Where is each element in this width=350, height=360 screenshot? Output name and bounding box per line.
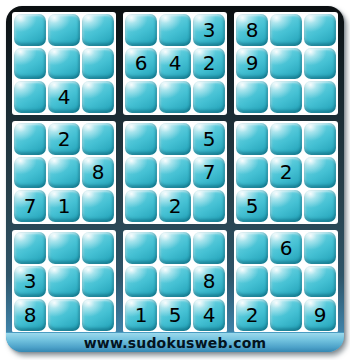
cell-r9c7[interactable]: 2 xyxy=(236,299,268,331)
cell-r2c8[interactable] xyxy=(270,48,302,80)
sudoku-grid: 4364289287157225388154629 xyxy=(12,12,338,333)
cell-r4c2[interactable]: 2 xyxy=(48,123,80,155)
cell-r6c2[interactable]: 1 xyxy=(48,190,80,222)
cell-r6c4[interactable] xyxy=(125,190,157,222)
cell-r2c9[interactable] xyxy=(304,48,336,80)
cell-r6c3[interactable] xyxy=(82,190,114,222)
cell-r1c4[interactable] xyxy=(125,14,157,46)
cell-r5c2[interactable] xyxy=(48,157,80,189)
cell-r6c1[interactable]: 7 xyxy=(14,190,46,222)
cell-r5c5[interactable] xyxy=(159,157,191,189)
box-7: 38 xyxy=(12,230,116,333)
cell-r5c3[interactable]: 8 xyxy=(82,157,114,189)
box-6: 25 xyxy=(234,121,338,224)
box-4: 2871 xyxy=(12,121,116,224)
cell-r1c2[interactable] xyxy=(48,14,80,46)
box-8: 8154 xyxy=(123,230,227,333)
cell-r2c5[interactable]: 4 xyxy=(159,48,191,80)
cell-r7c9[interactable] xyxy=(304,232,336,264)
cell-r4c3[interactable] xyxy=(82,123,114,155)
cell-r6c7[interactable]: 5 xyxy=(236,190,268,222)
cell-r4c5[interactable] xyxy=(159,123,191,155)
cell-r9c2[interactable] xyxy=(48,299,80,331)
page: 4364289287157225388154629 www.sudokusweb… xyxy=(0,0,350,360)
cell-r1c5[interactable] xyxy=(159,14,191,46)
cell-r3c9[interactable] xyxy=(304,81,336,113)
cell-r4c9[interactable] xyxy=(304,123,336,155)
cell-r9c3[interactable] xyxy=(82,299,114,331)
cell-r4c7[interactable] xyxy=(236,123,268,155)
cell-r2c1[interactable] xyxy=(14,48,46,80)
cell-r7c3[interactable] xyxy=(82,232,114,264)
cell-r4c4[interactable] xyxy=(125,123,157,155)
cell-r5c9[interactable] xyxy=(304,157,336,189)
cell-r8c9[interactable] xyxy=(304,266,336,298)
cell-r9c1[interactable]: 8 xyxy=(14,299,46,331)
cell-r9c4[interactable]: 1 xyxy=(125,299,157,331)
cell-r1c1[interactable] xyxy=(14,14,46,46)
cell-r2c6[interactable]: 2 xyxy=(193,48,225,80)
cell-r9c9[interactable]: 9 xyxy=(304,299,336,331)
cell-r7c5[interactable] xyxy=(159,232,191,264)
cell-r3c8[interactable] xyxy=(270,81,302,113)
cell-r5c8[interactable]: 2 xyxy=(270,157,302,189)
cell-r9c5[interactable]: 5 xyxy=(159,299,191,331)
cell-r5c6[interactable]: 7 xyxy=(193,157,225,189)
cell-r7c7[interactable] xyxy=(236,232,268,264)
box-9: 629 xyxy=(234,230,338,333)
cell-r8c5[interactable] xyxy=(159,266,191,298)
cell-r3c5[interactable] xyxy=(159,81,191,113)
box-1: 4 xyxy=(12,12,116,115)
box-2: 3642 xyxy=(123,12,227,115)
cell-r5c4[interactable] xyxy=(125,157,157,189)
cell-r6c6[interactable] xyxy=(193,190,225,222)
cell-r8c6[interactable]: 8 xyxy=(193,266,225,298)
cell-r7c1[interactable] xyxy=(14,232,46,264)
cell-r3c2[interactable]: 4 xyxy=(48,81,80,113)
cell-r3c1[interactable] xyxy=(14,81,46,113)
box-5: 572 xyxy=(123,121,227,224)
cell-r7c8[interactable]: 6 xyxy=(270,232,302,264)
cell-r2c7[interactable]: 9 xyxy=(236,48,268,80)
site-footer: www.sudokusweb.com xyxy=(6,332,344,352)
cell-r8c2[interactable] xyxy=(48,266,80,298)
cell-r2c4[interactable]: 6 xyxy=(125,48,157,80)
cell-r8c4[interactable] xyxy=(125,266,157,298)
cell-r2c3[interactable] xyxy=(82,48,114,80)
cell-r9c6[interactable]: 4 xyxy=(193,299,225,331)
cell-r8c7[interactable] xyxy=(236,266,268,298)
cell-r1c8[interactable] xyxy=(270,14,302,46)
cell-r8c8[interactable] xyxy=(270,266,302,298)
cell-r1c3[interactable] xyxy=(82,14,114,46)
cell-r7c2[interactable] xyxy=(48,232,80,264)
cell-r6c9[interactable] xyxy=(304,190,336,222)
cell-r6c8[interactable] xyxy=(270,190,302,222)
cell-r6c5[interactable]: 2 xyxy=(159,190,191,222)
cell-r3c7[interactable] xyxy=(236,81,268,113)
cell-r1c7[interactable]: 8 xyxy=(236,14,268,46)
cell-r1c6[interactable]: 3 xyxy=(193,14,225,46)
cell-r3c4[interactable] xyxy=(125,81,157,113)
cell-r4c8[interactable] xyxy=(270,123,302,155)
cell-r8c1[interactable]: 3 xyxy=(14,266,46,298)
cell-r7c4[interactable] xyxy=(125,232,157,264)
cell-r5c7[interactable] xyxy=(236,157,268,189)
sudoku-board-frame: 4364289287157225388154629 www.sudokusweb… xyxy=(6,6,344,352)
cell-r7c6[interactable] xyxy=(193,232,225,264)
cell-r8c3[interactable] xyxy=(82,266,114,298)
cell-r4c6[interactable]: 5 xyxy=(193,123,225,155)
cell-r9c8[interactable] xyxy=(270,299,302,331)
box-3: 89 xyxy=(234,12,338,115)
cell-r5c1[interactable] xyxy=(14,157,46,189)
site-url-label: www.sudokusweb.com xyxy=(84,335,267,351)
cell-r4c1[interactable] xyxy=(14,123,46,155)
cell-r2c2[interactable] xyxy=(48,48,80,80)
cell-r3c6[interactable] xyxy=(193,81,225,113)
cell-r1c9[interactable] xyxy=(304,14,336,46)
cell-r3c3[interactable] xyxy=(82,81,114,113)
